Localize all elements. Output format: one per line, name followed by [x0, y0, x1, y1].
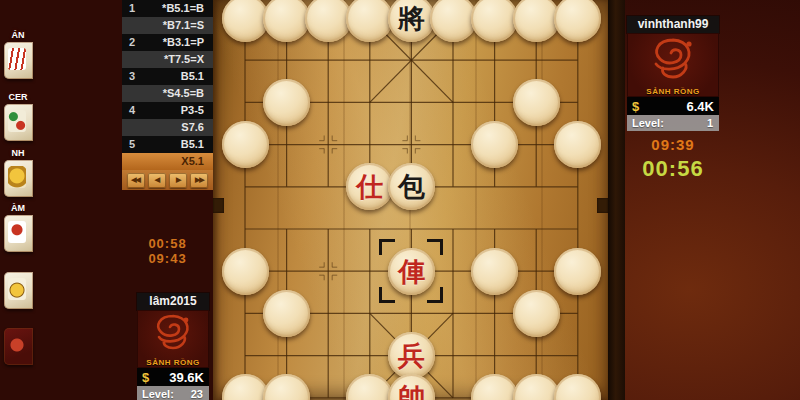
piece-glyph: 仕 [356, 173, 383, 200]
move-nav-bar: ◀◀◀▶▶▶ [122, 170, 213, 190]
lobby-game-icon-cards[interactable]: ÀM [2, 203, 34, 252]
right-money-value: 6.4K [639, 99, 719, 114]
nav-next-button[interactable]: ▶ [169, 173, 187, 188]
right-level-label: Level: [627, 117, 664, 129]
lobby-game-icon-dice[interactable]: CER [2, 92, 34, 141]
piece-glyph: 兵 [398, 342, 425, 369]
lobby-icon-art [4, 104, 33, 141]
move-number: 1 [122, 0, 151, 17]
move-row[interactable]: *T7.5=X [122, 51, 213, 68]
right-timer-turn: 00:56 [627, 156, 719, 182]
move-text: *T7.5=X [151, 51, 213, 68]
left-player-card: lâm2015 SẢNH RỒNG $ 39.6K Level: 23 [137, 293, 209, 400]
river-left-tab [213, 198, 224, 213]
move-text: *B3.1=P [151, 34, 213, 51]
move-row[interactable]: 1*B5.1=B [122, 0, 213, 17]
move-row[interactable]: 4P3-5 [122, 102, 213, 119]
lobby-icon-art [4, 215, 33, 252]
piece-glyph: 包 [398, 173, 425, 200]
black-piece-bK[interactable]: 將 [388, 0, 435, 42]
piece-glyph: 俥 [398, 258, 425, 285]
hidden-piece[interactable] [222, 0, 269, 42]
lobby-icon-art [4, 328, 33, 365]
move-text: *B5.1=B [151, 0, 213, 17]
river-right-tab [597, 198, 608, 213]
currency-icon: $ [137, 370, 149, 385]
move-text: X5.1 [151, 153, 213, 170]
move-row[interactable]: S7.6 [122, 119, 213, 136]
hidden-piece[interactable] [263, 290, 310, 337]
move-number: 4 [122, 102, 151, 119]
move-row[interactable]: *S4.5=B [122, 85, 213, 102]
move-number: 2 [122, 34, 151, 51]
left-timer-total: 09:43 [122, 251, 213, 266]
lobby-game-icon-coin[interactable] [2, 260, 34, 309]
hidden-piece[interactable] [513, 79, 560, 126]
piece-glyph: 將 [398, 5, 425, 32]
left-player-level: Level: 23 [137, 386, 209, 400]
move-number [122, 85, 151, 102]
move-number [122, 119, 151, 136]
right-level-value: 1 [664, 117, 719, 129]
left-level-label: Level: [137, 388, 174, 400]
move-text: B5.1 [151, 68, 213, 85]
left-money-value: 39.6K [149, 370, 209, 385]
right-player-avatar: SẢNH RỒNG [627, 33, 719, 97]
hidden-piece[interactable] [430, 0, 477, 42]
move-number [122, 153, 151, 170]
left-brand-label: SẢNH RỒNG [137, 358, 209, 367]
dragon-logo-icon [627, 33, 719, 83]
right-player-level: Level: 1 [627, 115, 719, 131]
hidden-piece[interactable] [471, 248, 518, 295]
move-text: S7.6 [151, 119, 213, 136]
lobby-icon-art [4, 160, 33, 197]
lobby-game-icon-cardfan[interactable]: ÁN [2, 30, 34, 79]
nav-prev-button[interactable]: ◀ [148, 173, 166, 188]
lobby-icon-label: CER [2, 92, 34, 103]
lobby-icon-label: NH [2, 148, 34, 159]
move-text: P3-5 [151, 102, 213, 119]
hidden-piece[interactable] [554, 248, 601, 295]
lobby-icon-label: ÀM [2, 203, 34, 214]
move-row[interactable]: 3B5.1 [122, 68, 213, 85]
board-right-trim [608, 0, 625, 400]
currency-icon: $ [627, 99, 639, 114]
lobby-icon-art [4, 272, 33, 309]
hidden-piece[interactable] [305, 0, 352, 42]
hidden-piece[interactable] [471, 121, 518, 168]
move-row[interactable]: X5.1 [122, 153, 213, 170]
lobby-icon-label: ÁN [2, 30, 34, 41]
nav-last-button[interactable]: ▶▶ [190, 173, 208, 188]
piece-glyph: 帥 [398, 384, 425, 400]
move-row[interactable]: *B7.1=S [122, 17, 213, 34]
red-piece-rP[interactable]: 兵 [388, 332, 435, 379]
move-number: 3 [122, 68, 151, 85]
black-piece-bC[interactable]: 包 [388, 163, 435, 210]
left-player-money: $ 39.6K [137, 368, 209, 386]
hidden-piece[interactable] [222, 121, 269, 168]
right-timer-total: 09:39 [627, 136, 719, 153]
lobby-icon-label [2, 316, 34, 327]
hidden-piece[interactable] [222, 248, 269, 295]
move-number [122, 51, 151, 68]
left-level-value: 23 [174, 388, 209, 400]
move-number [122, 17, 151, 34]
xiangqi-board[interactable]: 將仕包俥兵帥 [213, 0, 608, 400]
move-text: *S4.5=B [151, 85, 213, 102]
move-text: *B7.1=S [151, 17, 213, 34]
hidden-piece[interactable] [263, 79, 310, 126]
dragon-logo-icon [137, 310, 209, 354]
lobby-icon-label [2, 260, 34, 271]
move-number: 5 [122, 136, 151, 153]
left-player-timers: 00:58 09:43 [122, 236, 213, 266]
lobby-game-icon-gold[interactable]: NH [2, 148, 34, 197]
hidden-piece[interactable] [513, 290, 560, 337]
left-player-avatar: SẢNH RỒNG [137, 310, 209, 368]
left-player-name: lâm2015 [137, 293, 209, 310]
lobby-game-icon-dragon[interactable] [2, 316, 34, 365]
left-timer-turn: 00:58 [122, 236, 213, 251]
hidden-piece[interactable] [513, 0, 560, 42]
move-row[interactable]: 5B5.1 [122, 136, 213, 153]
red-piece-rR[interactable]: 俥 [388, 248, 435, 295]
lobby-icon-art [4, 42, 33, 79]
lobby-sidebar: ÁNCERNHÀM [0, 0, 36, 400]
right-player-name: vinhthanh99 [627, 16, 719, 33]
right-brand-label: SẢNH RỒNG [627, 87, 719, 96]
nav-first-button[interactable]: ◀◀ [127, 173, 145, 188]
move-row[interactable]: 2*B3.1=P [122, 34, 213, 51]
right-player-card: vinhthanh99 SẢNH RỒNG $ 6.4K Level: 1 09… [627, 16, 719, 182]
game-screen: ÁNCERNHÀM 1*B5.1=B*B7.1=S2*B3.1=P*T7.5=X… [0, 0, 800, 400]
move-text: B5.1 [151, 136, 213, 153]
right-player-money: $ 6.4K [627, 97, 719, 115]
move-list-panel: 1*B5.1=B*B7.1=S2*B3.1=P*T7.5=X3B5.1*S4.5… [122, 0, 213, 190]
move-list: 1*B5.1=B*B7.1=S2*B3.1=P*T7.5=X3B5.1*S4.5… [122, 0, 213, 170]
